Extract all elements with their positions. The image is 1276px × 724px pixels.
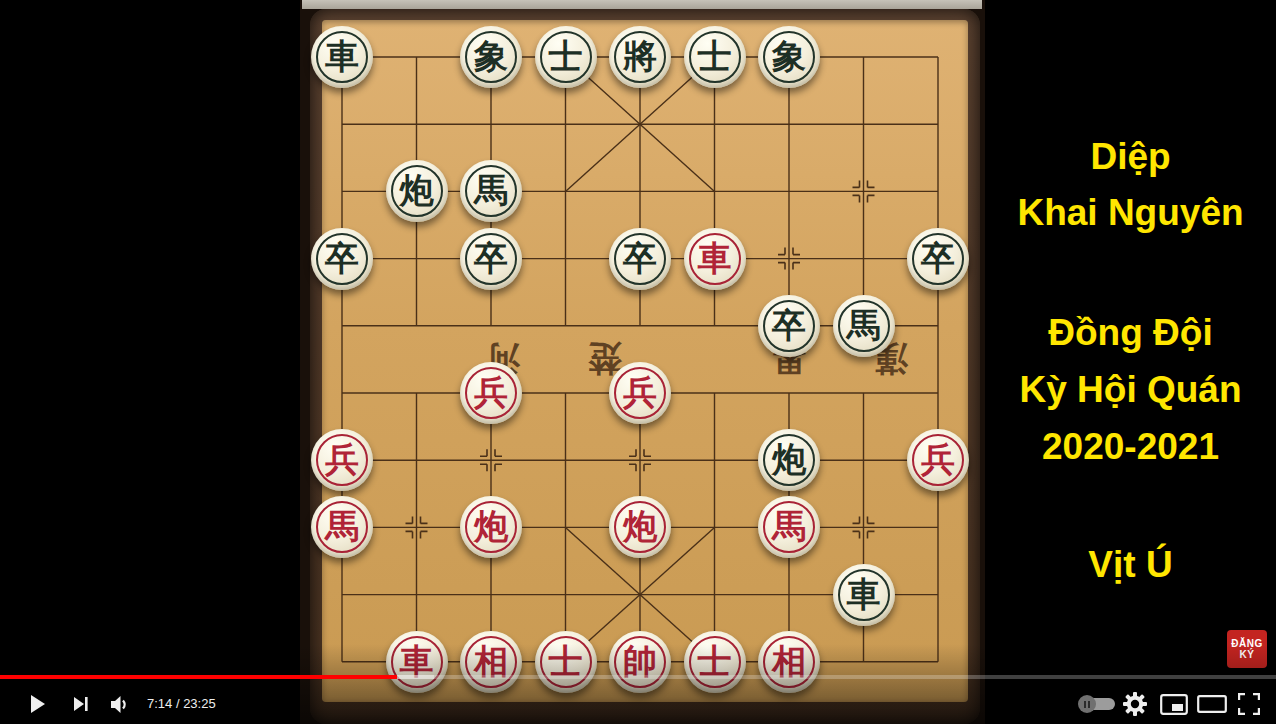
time-display: 7:14 / 23:25 bbox=[147, 696, 216, 712]
play-icon bbox=[30, 695, 46, 713]
progress-bar[interactable] bbox=[0, 675, 1276, 679]
piece-glyph: 卒 bbox=[460, 228, 522, 290]
black-advisor-piece: 士 bbox=[535, 26, 597, 88]
piece-glyph: 卒 bbox=[758, 295, 820, 357]
piece-glyph: 兵 bbox=[311, 429, 373, 491]
caption-line: Vịt Ú bbox=[985, 545, 1276, 585]
piece-glyph: 馬 bbox=[758, 496, 820, 558]
piece-glyph: 象 bbox=[758, 26, 820, 88]
caption-line: Diệp bbox=[985, 137, 1276, 177]
piece-glyph: 炮 bbox=[460, 496, 522, 558]
piece-glyph: 車 bbox=[311, 26, 373, 88]
piece-glyph: 卒 bbox=[311, 228, 373, 290]
next-icon bbox=[74, 696, 89, 712]
black-soldier-piece: 卒 bbox=[311, 228, 373, 290]
black-soldier-piece: 卒 bbox=[907, 228, 969, 290]
piece-glyph: 士 bbox=[684, 26, 746, 88]
black-horse-piece: 馬 bbox=[833, 295, 895, 357]
piece-glyph: 車 bbox=[833, 564, 895, 626]
play-button[interactable] bbox=[20, 687, 56, 721]
piece-glyph: 兵 bbox=[460, 362, 522, 424]
black-cannon-piece: 炮 bbox=[386, 160, 448, 222]
fullscreen-icon bbox=[1238, 693, 1260, 715]
settings-button[interactable] bbox=[1117, 687, 1153, 721]
black-cannon-piece: 炮 bbox=[758, 429, 820, 491]
piece-glyph: 馬 bbox=[460, 160, 522, 222]
next-button[interactable] bbox=[63, 687, 99, 721]
autoplay-toggle-track bbox=[1081, 698, 1115, 710]
black-advisor-piece: 士 bbox=[684, 26, 746, 88]
miniplayer-icon bbox=[1160, 694, 1188, 715]
black-horse-piece: 馬 bbox=[460, 160, 522, 222]
black-soldier-piece: 卒 bbox=[758, 295, 820, 357]
red-soldier-piece: 兵 bbox=[609, 362, 671, 424]
black-soldier-piece: 卒 bbox=[460, 228, 522, 290]
piece-glyph: 卒 bbox=[609, 228, 671, 290]
piece-glyph: 馬 bbox=[833, 295, 895, 357]
red-soldier-piece: 兵 bbox=[311, 429, 373, 491]
piece-glyph: 馬 bbox=[311, 496, 373, 558]
red-horse-piece: 馬 bbox=[758, 496, 820, 558]
piece-glyph: 象 bbox=[460, 26, 522, 88]
red-horse-piece: 馬 bbox=[311, 496, 373, 558]
volume-icon bbox=[111, 696, 131, 713]
black-soldier-piece: 卒 bbox=[609, 228, 671, 290]
board-photo: 楚河 漢界 車象士將士象炮馬卒卒卒車卒卒馬兵兵兵炮兵馬炮炮馬車車相士帥士相 bbox=[300, 0, 985, 724]
red-cannon-piece: 炮 bbox=[460, 496, 522, 558]
caption-line: Khai Nguyên bbox=[985, 193, 1276, 233]
red-soldier-piece: 兵 bbox=[460, 362, 522, 424]
caption-column: Diệp Khai Nguyên Đồng Đội Kỳ Hội Quán 20… bbox=[985, 0, 1276, 724]
youtube-video-frame: 楚河 漢界 車象士將士象炮馬卒卒卒車卒卒馬兵兵兵炮兵馬炮炮馬車車相士帥士相 Di… bbox=[0, 0, 1276, 724]
fullscreen-button[interactable] bbox=[1231, 687, 1267, 721]
piece-glyph: 炮 bbox=[609, 496, 671, 558]
red-soldier-piece: 兵 bbox=[907, 429, 969, 491]
black-elephant-piece: 象 bbox=[758, 26, 820, 88]
red-cannon-piece: 炮 bbox=[609, 496, 671, 558]
piece-glyph: 炮 bbox=[386, 160, 448, 222]
piece-glyph: 士 bbox=[535, 26, 597, 88]
piece-glyph: 車 bbox=[684, 228, 746, 290]
caption-line: 2020-2021 bbox=[985, 427, 1276, 467]
caption-line: Đồng Đội bbox=[985, 313, 1276, 353]
progress-played bbox=[0, 675, 397, 679]
settings-gear-icon bbox=[1122, 691, 1148, 717]
volume-button[interactable] bbox=[103, 687, 139, 721]
theater-button[interactable] bbox=[1194, 687, 1230, 721]
red-chariot-piece: 車 bbox=[684, 228, 746, 290]
piece-glyph: 炮 bbox=[758, 429, 820, 491]
piece-glyph: 將 bbox=[609, 26, 671, 88]
black-elephant-piece: 象 bbox=[460, 26, 522, 88]
caption-line: Kỳ Hội Quán bbox=[985, 370, 1276, 410]
miniplayer-button[interactable] bbox=[1156, 687, 1192, 721]
piece-glyph: 兵 bbox=[609, 362, 671, 424]
autoplay-pause-icon bbox=[1078, 695, 1096, 713]
piece-glyph: 卒 bbox=[907, 228, 969, 290]
black-general-piece: 將 bbox=[609, 26, 671, 88]
theater-icon bbox=[1197, 695, 1227, 713]
black-chariot-piece: 車 bbox=[833, 564, 895, 626]
piece-glyph: 兵 bbox=[907, 429, 969, 491]
autoplay-toggle[interactable] bbox=[1080, 687, 1116, 721]
black-chariot-piece: 車 bbox=[311, 26, 373, 88]
